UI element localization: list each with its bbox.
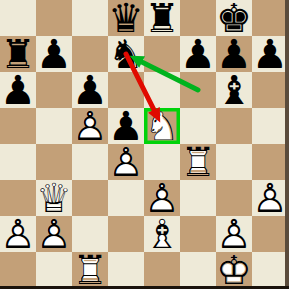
- square-h1[interactable]: [252, 252, 288, 288]
- piece-black-rook: ♜: [0, 36, 36, 72]
- piece-black-pawn: ♟: [252, 36, 288, 72]
- square-h2[interactable]: [252, 216, 288, 252]
- square-f1[interactable]: [180, 252, 216, 288]
- square-g3[interactable]: [216, 180, 252, 216]
- square-d3[interactable]: [108, 180, 144, 216]
- piece-white-rook: ♜♖: [180, 144, 216, 180]
- square-e1[interactable]: [144, 252, 180, 288]
- piece-white-pawn: ♟♙: [0, 216, 36, 252]
- square-a7[interactable]: ♜: [0, 36, 36, 72]
- square-c5[interactable]: ♟♙: [72, 108, 108, 144]
- square-e6[interactable]: [144, 72, 180, 108]
- square-g5[interactable]: [216, 108, 252, 144]
- square-b3[interactable]: ♛♕: [36, 180, 72, 216]
- piece-black-pawn: ♟: [180, 36, 216, 72]
- piece-white-pawn: ♟♙: [36, 216, 72, 252]
- square-d4[interactable]: ♟♙: [108, 144, 144, 180]
- square-a8[interactable]: [0, 0, 36, 36]
- piece-black-king: ♚: [216, 0, 252, 36]
- piece-black-queen: ♛: [108, 0, 144, 36]
- square-c2[interactable]: [72, 216, 108, 252]
- square-b4[interactable]: [36, 144, 72, 180]
- square-c4[interactable]: [72, 144, 108, 180]
- square-b7[interactable]: ♟: [36, 36, 72, 72]
- piece-white-bishop: ♝♗: [144, 216, 180, 252]
- square-c7[interactable]: [72, 36, 108, 72]
- square-f5[interactable]: [180, 108, 216, 144]
- square-d6[interactable]: [108, 72, 144, 108]
- square-g2[interactable]: ♟♙: [216, 216, 252, 252]
- piece-black-bishop: ♝: [216, 72, 252, 108]
- piece-black-pawn: ♟: [108, 108, 144, 144]
- square-d2[interactable]: [108, 216, 144, 252]
- piece-white-rook: ♜♖: [72, 252, 108, 288]
- square-h5[interactable]: [252, 108, 288, 144]
- square-d7[interactable]: ♞: [108, 36, 144, 72]
- square-b1[interactable]: [36, 252, 72, 288]
- piece-black-knight: ♞: [108, 36, 144, 72]
- square-b5[interactable]: [36, 108, 72, 144]
- square-e3[interactable]: ♟♙: [144, 180, 180, 216]
- piece-black-rook: ♜: [144, 0, 180, 36]
- square-h7[interactable]: ♟: [252, 36, 288, 72]
- square-f4[interactable]: ♜♖: [180, 144, 216, 180]
- chess-board-screenshot: ♛♜♚♜♟♞♟♟♟♟♟♝♟♙♟♞♘♟♙♜♖♛♕♟♙♟♙♟♙♟♙♝♗♟♙♜♖♚♔: [0, 0, 289, 289]
- square-a2[interactable]: ♟♙: [0, 216, 36, 252]
- square-e2[interactable]: ♝♗: [144, 216, 180, 252]
- square-f2[interactable]: [180, 216, 216, 252]
- square-e5[interactable]: ♞♘: [144, 108, 180, 144]
- square-f8[interactable]: [180, 0, 216, 36]
- piece-black-pawn: ♟: [36, 36, 72, 72]
- square-g1[interactable]: ♚♔: [216, 252, 252, 288]
- piece-white-pawn: ♟♙: [72, 108, 108, 144]
- square-a1[interactable]: [0, 252, 36, 288]
- square-b8[interactable]: [36, 0, 72, 36]
- piece-white-knight: ♞♘: [144, 108, 180, 144]
- square-b6[interactable]: [36, 72, 72, 108]
- piece-white-pawn: ♟♙: [108, 144, 144, 180]
- square-d1[interactable]: [108, 252, 144, 288]
- square-h8[interactable]: [252, 0, 288, 36]
- square-g8[interactable]: ♚: [216, 0, 252, 36]
- chess-board: ♛♜♚♜♟♞♟♟♟♟♟♝♟♙♟♞♘♟♙♜♖♛♕♟♙♟♙♟♙♟♙♝♗♟♙♜♖♚♔: [0, 0, 288, 288]
- piece-white-queen: ♛♕: [36, 180, 72, 216]
- square-c8[interactable]: [72, 0, 108, 36]
- square-h4[interactable]: [252, 144, 288, 180]
- square-c6[interactable]: ♟: [72, 72, 108, 108]
- square-d8[interactable]: ♛: [108, 0, 144, 36]
- square-a5[interactable]: [0, 108, 36, 144]
- piece-white-pawn: ♟♙: [252, 180, 288, 216]
- square-h6[interactable]: [252, 72, 288, 108]
- piece-black-pawn: ♟: [216, 36, 252, 72]
- square-h3[interactable]: ♟♙: [252, 180, 288, 216]
- piece-white-pawn: ♟♙: [144, 180, 180, 216]
- square-e8[interactable]: ♜: [144, 0, 180, 36]
- square-g4[interactable]: [216, 144, 252, 180]
- square-f6[interactable]: [180, 72, 216, 108]
- square-f3[interactable]: [180, 180, 216, 216]
- piece-black-pawn: ♟: [0, 72, 36, 108]
- piece-white-pawn: ♟♙: [216, 216, 252, 252]
- square-f7[interactable]: ♟: [180, 36, 216, 72]
- square-a6[interactable]: ♟: [0, 72, 36, 108]
- square-g7[interactable]: ♟: [216, 36, 252, 72]
- square-e7[interactable]: [144, 36, 180, 72]
- square-a4[interactable]: [0, 144, 36, 180]
- square-g6[interactable]: ♝: [216, 72, 252, 108]
- square-c1[interactable]: ♜♖: [72, 252, 108, 288]
- square-e4[interactable]: [144, 144, 180, 180]
- square-c3[interactable]: [72, 180, 108, 216]
- piece-white-king: ♚♔: [216, 252, 252, 288]
- square-d5[interactable]: ♟: [108, 108, 144, 144]
- square-b2[interactable]: ♟♙: [36, 216, 72, 252]
- piece-black-pawn: ♟: [72, 72, 108, 108]
- square-a3[interactable]: [0, 180, 36, 216]
